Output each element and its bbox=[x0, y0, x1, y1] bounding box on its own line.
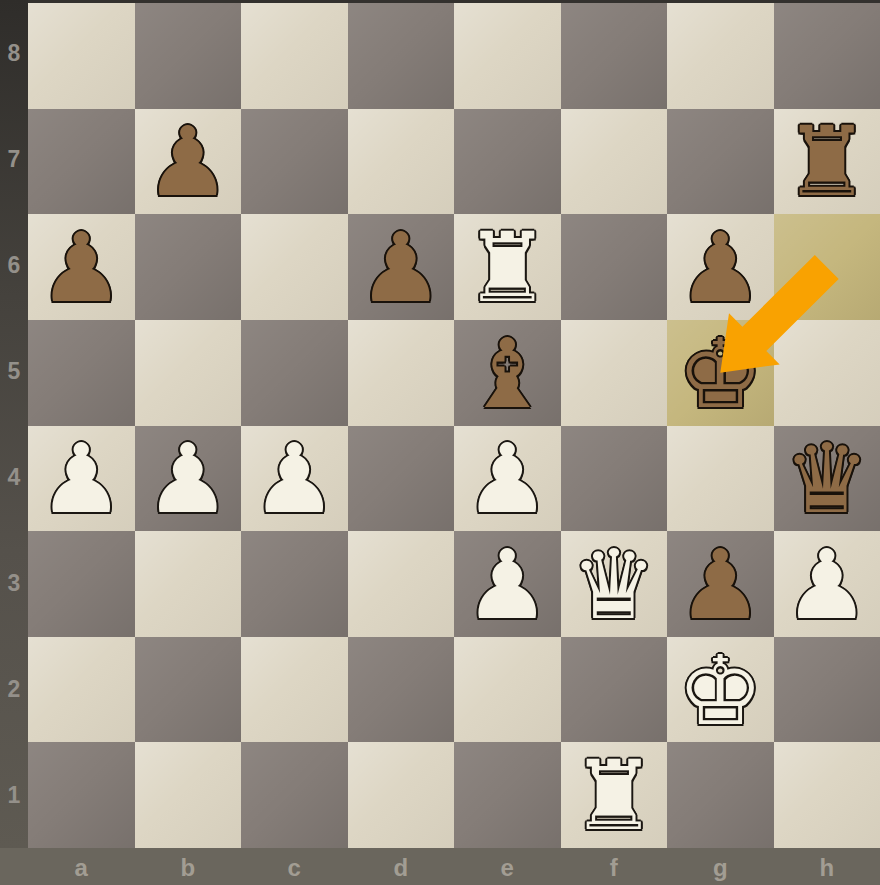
rank-label-2: 2 bbox=[0, 636, 28, 742]
square-d6[interactable]: ♟ bbox=[348, 214, 455, 320]
black-pawn[interactable]: ♟ bbox=[145, 114, 231, 210]
square-a3[interactable] bbox=[28, 531, 135, 637]
white-rook[interactable]: ♜ bbox=[464, 220, 550, 316]
square-a1[interactable] bbox=[28, 742, 135, 848]
black-pawn[interactable]: ♟ bbox=[38, 220, 124, 316]
square-b3[interactable] bbox=[135, 531, 242, 637]
square-g7[interactable] bbox=[667, 109, 774, 215]
square-d7[interactable] bbox=[348, 109, 455, 215]
square-f3[interactable]: ♛ bbox=[561, 531, 668, 637]
board-bottom-edge: abcdefgh bbox=[0, 848, 880, 885]
square-e5[interactable]: ♝ bbox=[454, 320, 561, 426]
rank-label-8: 8 bbox=[0, 0, 28, 106]
square-a7[interactable] bbox=[28, 109, 135, 215]
chess-board-panel: 87654321 ♟♜♟♟♜♟♝♚♟♟♟♟♛♟♛♟♟♚♜ abcdefgh bbox=[0, 0, 880, 885]
square-d4[interactable] bbox=[348, 426, 455, 532]
black-pawn[interactable]: ♟ bbox=[677, 220, 763, 316]
file-label-h: h bbox=[774, 848, 880, 885]
white-queen[interactable]: ♛ bbox=[571, 537, 657, 633]
rank-label-6: 6 bbox=[0, 212, 28, 318]
square-c2[interactable] bbox=[241, 637, 348, 743]
file-label-c: c bbox=[241, 848, 348, 885]
file-label-g: g bbox=[667, 848, 774, 885]
square-b4[interactable]: ♟ bbox=[135, 426, 242, 532]
square-b8[interactable] bbox=[135, 3, 242, 109]
black-queen[interactable]: ♛ bbox=[784, 431, 870, 527]
square-d8[interactable] bbox=[348, 3, 455, 109]
square-h4[interactable]: ♛ bbox=[774, 426, 880, 532]
file-labels: abcdefgh bbox=[28, 848, 880, 885]
square-e8[interactable] bbox=[454, 3, 561, 109]
file-label-f: f bbox=[561, 848, 668, 885]
square-e1[interactable] bbox=[454, 742, 561, 848]
square-a4[interactable]: ♟ bbox=[28, 426, 135, 532]
rank-label-4: 4 bbox=[0, 424, 28, 530]
square-a8[interactable] bbox=[28, 3, 135, 109]
square-c6[interactable] bbox=[241, 214, 348, 320]
square-f1[interactable]: ♜ bbox=[561, 742, 668, 848]
file-label-a: a bbox=[28, 848, 135, 885]
square-e7[interactable] bbox=[454, 109, 561, 215]
square-h7[interactable]: ♜ bbox=[774, 109, 880, 215]
square-h6[interactable] bbox=[774, 214, 880, 320]
square-h1[interactable] bbox=[774, 742, 880, 848]
file-label-e: e bbox=[454, 848, 561, 885]
white-pawn[interactable]: ♟ bbox=[464, 537, 550, 633]
square-b1[interactable] bbox=[135, 742, 242, 848]
square-b5[interactable] bbox=[135, 320, 242, 426]
rank-label-5: 5 bbox=[0, 318, 28, 424]
rank-label-1: 1 bbox=[0, 742, 28, 848]
square-g3[interactable]: ♟ bbox=[667, 531, 774, 637]
square-g5[interactable]: ♚ bbox=[667, 320, 774, 426]
white-pawn[interactable]: ♟ bbox=[251, 431, 337, 527]
square-e3[interactable]: ♟ bbox=[454, 531, 561, 637]
square-g1[interactable] bbox=[667, 742, 774, 848]
square-h5[interactable] bbox=[774, 320, 880, 426]
square-c3[interactable] bbox=[241, 531, 348, 637]
chess-board[interactable]: ♟♜♟♟♜♟♝♚♟♟♟♟♛♟♛♟♟♚♜ bbox=[28, 3, 880, 848]
file-label-d: d bbox=[348, 848, 455, 885]
black-rook[interactable]: ♜ bbox=[784, 114, 870, 210]
square-b6[interactable] bbox=[135, 214, 242, 320]
white-king[interactable]: ♚ bbox=[677, 643, 763, 739]
square-e6[interactable]: ♜ bbox=[454, 214, 561, 320]
square-g2[interactable]: ♚ bbox=[667, 637, 774, 743]
white-pawn[interactable]: ♟ bbox=[145, 431, 231, 527]
square-f4[interactable] bbox=[561, 426, 668, 532]
square-g8[interactable] bbox=[667, 3, 774, 109]
square-f5[interactable] bbox=[561, 320, 668, 426]
black-pawn[interactable]: ♟ bbox=[677, 537, 763, 633]
square-d3[interactable] bbox=[348, 531, 455, 637]
square-a5[interactable] bbox=[28, 320, 135, 426]
white-pawn[interactable]: ♟ bbox=[784, 537, 870, 633]
square-e4[interactable]: ♟ bbox=[454, 426, 561, 532]
square-d2[interactable] bbox=[348, 637, 455, 743]
white-rook[interactable]: ♜ bbox=[571, 748, 657, 844]
square-b7[interactable]: ♟ bbox=[135, 109, 242, 215]
square-h3[interactable]: ♟ bbox=[774, 531, 880, 637]
square-e2[interactable] bbox=[454, 637, 561, 743]
square-c1[interactable] bbox=[241, 742, 348, 848]
square-g6[interactable]: ♟ bbox=[667, 214, 774, 320]
black-king[interactable]: ♚ bbox=[677, 326, 763, 422]
square-f6[interactable] bbox=[561, 214, 668, 320]
square-f8[interactable] bbox=[561, 3, 668, 109]
white-pawn[interactable]: ♟ bbox=[38, 431, 124, 527]
square-a2[interactable] bbox=[28, 637, 135, 743]
black-pawn[interactable]: ♟ bbox=[358, 220, 444, 316]
square-h2[interactable] bbox=[774, 637, 880, 743]
file-label-b: b bbox=[135, 848, 242, 885]
rank-labels: 87654321 bbox=[0, 0, 28, 848]
rank-label-7: 7 bbox=[0, 106, 28, 212]
square-d1[interactable] bbox=[348, 742, 455, 848]
square-c4[interactable]: ♟ bbox=[241, 426, 348, 532]
square-g4[interactable] bbox=[667, 426, 774, 532]
square-f2[interactable] bbox=[561, 637, 668, 743]
square-a6[interactable]: ♟ bbox=[28, 214, 135, 320]
square-c7[interactable] bbox=[241, 109, 348, 215]
square-b2[interactable] bbox=[135, 637, 242, 743]
square-h8[interactable] bbox=[774, 3, 880, 109]
black-bishop[interactable]: ♝ bbox=[464, 326, 550, 422]
square-c8[interactable] bbox=[241, 3, 348, 109]
square-f7[interactable] bbox=[561, 109, 668, 215]
rank-label-3: 3 bbox=[0, 530, 28, 636]
square-c5[interactable] bbox=[241, 320, 348, 426]
white-pawn[interactable]: ♟ bbox=[464, 431, 550, 527]
square-d5[interactable] bbox=[348, 320, 455, 426]
